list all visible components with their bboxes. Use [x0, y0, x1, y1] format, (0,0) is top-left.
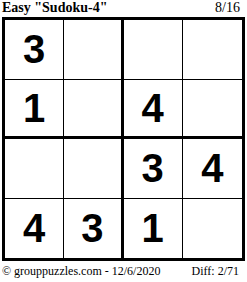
puzzle-page: Easy "Sudoku-4" 8/16 31434431 © grouppuz… — [0, 0, 247, 282]
sudoku-cell-empty[interactable] — [64, 20, 123, 80]
page-header: Easy "Sudoku-4" 8/16 — [2, 0, 240, 16]
sudoku-cell-empty[interactable] — [64, 80, 123, 140]
page-footer: © grouppuzzles.com - 12/6/2020 Diff: 2/7… — [2, 264, 239, 279]
copyright-date: © grouppuzzles.com - 12/6/2020 — [2, 264, 160, 279]
sudoku-cell-empty[interactable] — [183, 20, 242, 80]
sudoku-cell-empty[interactable] — [124, 20, 183, 80]
puzzle-counter: 8/16 — [215, 0, 240, 16]
sudoku-cell-empty[interactable] — [183, 199, 242, 259]
sudoku-cell-given: 4 — [183, 139, 242, 199]
sudoku-cell-empty[interactable] — [64, 139, 123, 199]
difficulty-label: Diff: 2/71 — [192, 264, 239, 279]
page-title: Easy "Sudoku-4" — [2, 0, 107, 16]
sudoku-cell-empty[interactable] — [5, 139, 64, 199]
sudoku-cell-empty[interactable] — [183, 80, 242, 140]
sudoku-cell-given: 4 — [5, 199, 64, 259]
sudoku-cell-given: 4 — [124, 80, 183, 140]
sudoku-cell-given: 1 — [124, 199, 183, 259]
sudoku-cell-given: 1 — [5, 80, 64, 140]
sudoku-cell-given: 3 — [5, 20, 64, 80]
sudoku-cell-given: 3 — [64, 199, 123, 259]
sudoku-board: 31434431 — [2, 17, 245, 261]
sudoku-cell-given: 3 — [124, 139, 183, 199]
